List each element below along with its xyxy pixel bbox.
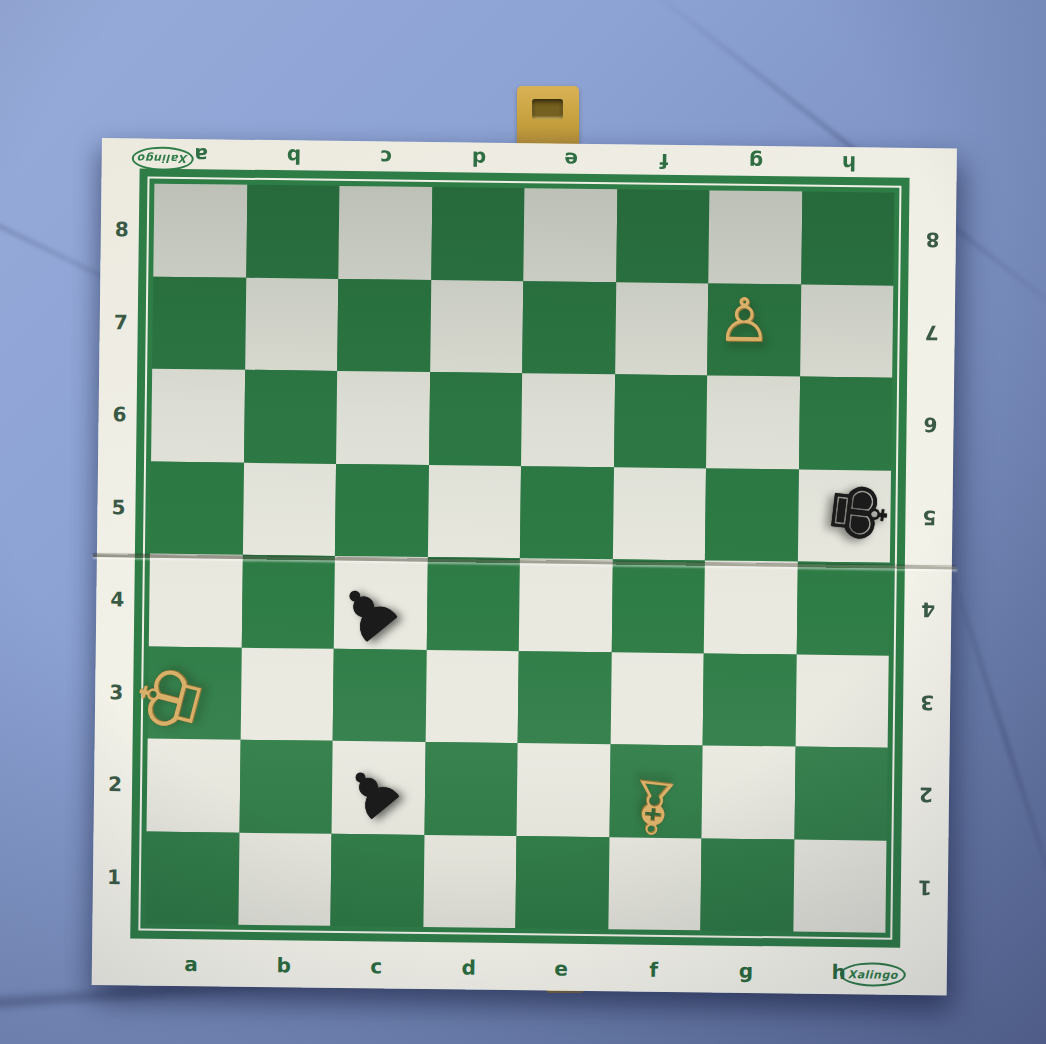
file-label-a: a bbox=[145, 944, 238, 985]
square-b3[interactable] bbox=[240, 647, 334, 741]
square-a8[interactable] bbox=[153, 184, 247, 278]
square-g4[interactable] bbox=[704, 560, 798, 654]
board-latch-tab bbox=[517, 86, 579, 144]
chess-board: Xalingo Xalingo abcdefgh abcdefgh 876543… bbox=[92, 138, 957, 995]
latch-hole bbox=[532, 99, 563, 119]
square-g8[interactable] bbox=[708, 190, 802, 284]
square-f4[interactable] bbox=[611, 559, 705, 653]
square-g1[interactable] bbox=[700, 838, 794, 932]
square-e1[interactable] bbox=[515, 836, 609, 930]
square-a6[interactable] bbox=[151, 369, 245, 463]
square-e7[interactable] bbox=[522, 281, 616, 375]
square-f8[interactable] bbox=[616, 189, 710, 283]
rank-label-7: 7 bbox=[911, 285, 952, 378]
file-label-h: h bbox=[802, 149, 895, 178]
square-e6[interactable] bbox=[521, 373, 615, 467]
bottom-file-labels: abcdefgh bbox=[145, 944, 885, 993]
square-b6[interactable] bbox=[244, 370, 338, 464]
rank-label-8: 8 bbox=[912, 193, 953, 286]
rank-label-1: 1 bbox=[96, 830, 131, 923]
square-e4[interactable] bbox=[519, 558, 613, 652]
square-g5[interactable] bbox=[705, 468, 799, 562]
square-c7[interactable] bbox=[337, 278, 431, 372]
square-g6[interactable] bbox=[706, 375, 800, 469]
file-label-h: h bbox=[792, 951, 885, 992]
square-e2[interactable] bbox=[517, 743, 611, 837]
rank-label-2: 2 bbox=[905, 748, 946, 841]
square-b8[interactable] bbox=[246, 185, 340, 279]
white-bishop-f2[interactable]: ♗ bbox=[602, 756, 705, 859]
file-label-a: a bbox=[155, 141, 248, 170]
right-rank-labels: 87654321 bbox=[904, 193, 953, 933]
square-f7[interactable] bbox=[615, 282, 709, 376]
square-e5[interactable] bbox=[520, 466, 614, 560]
rank-label-5: 5 bbox=[909, 470, 950, 563]
white-pawn-g7[interactable]: ♙ bbox=[697, 273, 791, 367]
file-label-d: d bbox=[432, 144, 525, 173]
square-a5[interactable] bbox=[150, 461, 244, 555]
square-d2[interactable] bbox=[424, 742, 518, 836]
file-label-c: c bbox=[340, 143, 433, 172]
square-e8[interactable] bbox=[523, 188, 617, 282]
square-c6[interactable] bbox=[336, 371, 430, 465]
square-h1[interactable] bbox=[793, 839, 887, 933]
file-label-g: g bbox=[710, 147, 803, 176]
file-label-e: e bbox=[525, 145, 618, 174]
file-label-b: b bbox=[237, 945, 330, 986]
rank-label-6: 6 bbox=[102, 368, 137, 461]
square-a1[interactable] bbox=[145, 831, 239, 925]
square-a7[interactable] bbox=[152, 276, 246, 370]
rank-label-7: 7 bbox=[103, 276, 138, 369]
rank-label-2: 2 bbox=[98, 738, 133, 831]
file-label-c: c bbox=[330, 946, 423, 987]
square-a4[interactable] bbox=[149, 554, 243, 648]
square-f3[interactable] bbox=[610, 652, 704, 746]
file-label-d: d bbox=[422, 947, 515, 988]
square-h8[interactable] bbox=[801, 192, 895, 286]
rank-label-3: 3 bbox=[907, 655, 948, 748]
square-e3[interactable] bbox=[518, 651, 612, 745]
square-d3[interactable] bbox=[425, 649, 519, 743]
square-h4[interactable] bbox=[796, 562, 890, 656]
square-d5[interactable] bbox=[427, 465, 521, 559]
file-label-f: f bbox=[607, 949, 700, 990]
square-c1[interactable] bbox=[330, 833, 424, 927]
square-f5[interactable] bbox=[612, 467, 706, 561]
file-label-b: b bbox=[247, 142, 340, 171]
square-b5[interactable] bbox=[242, 462, 336, 556]
rank-label-6: 6 bbox=[910, 378, 951, 471]
square-b7[interactable] bbox=[245, 277, 339, 371]
black-king-h5[interactable]: ♚ bbox=[807, 461, 910, 564]
square-g2[interactable] bbox=[701, 745, 795, 839]
square-h7[interactable] bbox=[800, 284, 894, 378]
rank-label-4: 4 bbox=[908, 563, 949, 656]
square-d8[interactable] bbox=[431, 187, 525, 281]
square-h6[interactable] bbox=[799, 377, 893, 471]
square-d1[interactable] bbox=[423, 834, 517, 928]
square-d7[interactable] bbox=[430, 280, 524, 374]
rank-label-8: 8 bbox=[104, 183, 139, 276]
square-c5[interactable] bbox=[335, 463, 429, 557]
square-d6[interactable] bbox=[429, 372, 523, 466]
square-h2[interactable] bbox=[794, 747, 888, 841]
square-d4[interactable] bbox=[426, 557, 520, 651]
file-label-e: e bbox=[515, 948, 608, 989]
file-label-g: g bbox=[700, 950, 793, 991]
rank-label-1: 1 bbox=[904, 840, 945, 933]
square-f6[interactable] bbox=[614, 374, 708, 468]
square-c8[interactable] bbox=[338, 186, 432, 280]
square-g3[interactable] bbox=[703, 653, 797, 747]
rank-label-4: 4 bbox=[100, 553, 135, 646]
file-label-f: f bbox=[617, 146, 710, 175]
square-h3[interactable] bbox=[795, 654, 889, 748]
rank-label-5: 5 bbox=[101, 461, 136, 554]
square-b1[interactable] bbox=[238, 832, 332, 926]
